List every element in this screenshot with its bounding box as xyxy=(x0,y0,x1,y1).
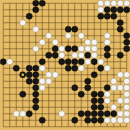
white-stone xyxy=(117,85,123,91)
white-stone xyxy=(46,72,52,78)
black-stone xyxy=(26,13,32,19)
black-stone xyxy=(111,7,117,13)
black-stone xyxy=(124,7,130,13)
black-stone xyxy=(26,72,32,78)
white-stone xyxy=(91,39,97,45)
white-stone xyxy=(98,0,104,6)
white-stone xyxy=(33,46,39,52)
black-stone xyxy=(117,52,123,58)
white-stone xyxy=(124,111,130,117)
white-stone xyxy=(117,0,123,6)
black-stone xyxy=(72,85,78,91)
white-stone xyxy=(52,72,58,78)
white-stone xyxy=(85,59,91,65)
black-stone xyxy=(104,111,110,117)
black-stone xyxy=(98,91,104,97)
board-background xyxy=(0,0,130,130)
last-move-marker xyxy=(22,74,24,76)
white-stone xyxy=(104,98,110,104)
white-stone xyxy=(39,65,45,71)
black-stone xyxy=(33,98,39,104)
black-stone xyxy=(124,39,130,45)
black-stone xyxy=(33,65,39,71)
black-stone xyxy=(39,0,45,6)
white-stone xyxy=(111,0,117,6)
white-stone xyxy=(85,39,91,45)
black-stone xyxy=(104,46,110,52)
white-stone xyxy=(33,26,39,32)
white-stone xyxy=(85,46,91,52)
black-stone xyxy=(33,85,39,91)
go-board-thumbnail xyxy=(0,0,130,130)
white-stone xyxy=(104,0,110,6)
white-stone xyxy=(124,78,130,84)
black-stone xyxy=(91,104,97,110)
black-stone xyxy=(33,72,39,78)
black-stone xyxy=(72,59,78,65)
black-stone xyxy=(117,26,123,32)
white-stone xyxy=(124,72,130,78)
black-stone xyxy=(85,78,91,84)
black-stone xyxy=(33,0,39,6)
black-stone xyxy=(72,46,78,52)
white-stone xyxy=(20,20,26,26)
black-stone xyxy=(59,59,65,65)
white-stone xyxy=(59,46,65,52)
black-stone xyxy=(78,59,84,65)
white-stone xyxy=(104,33,110,39)
black-stone xyxy=(52,46,58,52)
white-stone xyxy=(98,59,104,65)
white-stone xyxy=(78,65,84,71)
black-stone xyxy=(124,33,130,39)
white-stone xyxy=(98,7,104,13)
white-stone xyxy=(20,111,26,117)
black-stone xyxy=(91,117,97,123)
black-stone xyxy=(117,20,123,26)
black-stone xyxy=(20,91,26,97)
black-stone xyxy=(98,13,104,19)
black-stone xyxy=(91,59,97,65)
black-stone xyxy=(72,117,78,123)
white-stone xyxy=(124,0,130,6)
black-stone xyxy=(111,111,117,117)
black-stone xyxy=(26,65,32,71)
white-stone xyxy=(117,72,123,78)
black-stone xyxy=(0,59,6,65)
black-stone xyxy=(39,117,45,123)
black-stone xyxy=(33,78,39,84)
black-stone xyxy=(26,111,32,117)
go-board[interactable] xyxy=(0,0,130,130)
black-stone xyxy=(85,85,91,91)
black-stone xyxy=(72,65,78,71)
white-stone xyxy=(124,117,130,123)
black-stone xyxy=(104,52,110,58)
white-stone xyxy=(124,91,130,97)
white-stone xyxy=(65,33,71,39)
white-stone xyxy=(104,39,110,45)
black-stone xyxy=(111,13,117,19)
black-stone xyxy=(33,104,39,110)
black-stone xyxy=(98,111,104,117)
white-stone xyxy=(117,117,123,123)
white-stone xyxy=(111,78,117,84)
black-stone xyxy=(52,52,58,58)
white-stone xyxy=(39,85,45,91)
white-stone xyxy=(46,33,52,39)
white-stone xyxy=(111,104,117,110)
black-stone xyxy=(85,52,91,58)
black-stone xyxy=(65,59,71,65)
white-stone xyxy=(39,39,45,45)
white-stone xyxy=(59,52,65,58)
white-stone xyxy=(39,78,45,84)
black-stone xyxy=(13,65,19,71)
black-stone xyxy=(65,26,71,32)
white-stone xyxy=(52,39,58,45)
black-stone xyxy=(98,65,104,71)
white-stone xyxy=(124,98,130,104)
black-stone xyxy=(104,7,110,13)
white-stone xyxy=(59,111,65,117)
black-stone xyxy=(91,91,97,97)
white-stone xyxy=(111,117,117,123)
white-stone xyxy=(104,91,110,97)
black-stone xyxy=(117,7,123,13)
white-stone xyxy=(91,46,97,52)
black-stone xyxy=(85,111,91,117)
black-stone xyxy=(72,26,78,32)
white-stone xyxy=(104,65,110,71)
black-stone xyxy=(98,104,104,110)
black-stone xyxy=(33,7,39,13)
black-stone xyxy=(26,78,32,84)
white-stone xyxy=(91,52,97,58)
white-stone xyxy=(46,78,52,84)
black-stone xyxy=(39,59,45,65)
black-stone xyxy=(91,72,97,78)
white-stone xyxy=(111,85,117,91)
white-stone xyxy=(13,111,19,117)
black-stone xyxy=(46,52,52,58)
white-stone xyxy=(78,52,84,58)
white-stone xyxy=(72,52,78,58)
black-stone xyxy=(98,98,104,104)
black-stone xyxy=(104,13,110,19)
black-stone xyxy=(85,117,91,123)
black-stone xyxy=(124,46,130,52)
white-stone xyxy=(117,98,123,104)
white-stone xyxy=(117,111,123,117)
white-stone xyxy=(124,85,130,91)
black-stone xyxy=(104,85,110,91)
black-stone xyxy=(78,91,84,97)
black-stone xyxy=(91,111,97,117)
black-stone xyxy=(65,65,71,71)
white-stone xyxy=(78,33,84,39)
white-stone xyxy=(78,46,84,52)
white-stone xyxy=(124,104,130,110)
black-stone xyxy=(33,91,39,97)
black-stone xyxy=(98,117,104,123)
white-stone xyxy=(7,59,13,65)
black-stone xyxy=(65,46,71,52)
black-stone xyxy=(78,111,84,117)
white-stone xyxy=(104,117,110,123)
black-stone xyxy=(91,98,97,104)
